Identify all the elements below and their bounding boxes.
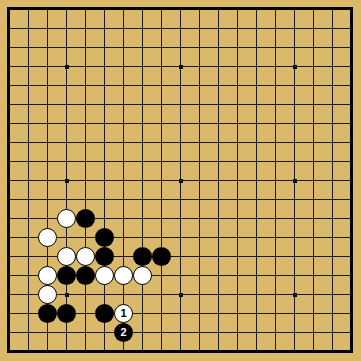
board-cell[interactable] — [171, 247, 190, 266]
board-cell[interactable] — [152, 266, 171, 285]
board-cell[interactable] — [285, 323, 304, 342]
board-cell[interactable] — [342, 323, 361, 342]
board-cell[interactable] — [0, 323, 19, 342]
board-cell[interactable] — [342, 152, 361, 171]
board-cell[interactable] — [304, 304, 323, 323]
board-cell[interactable] — [247, 95, 266, 114]
board-cell[interactable] — [323, 190, 342, 209]
board-cell[interactable] — [38, 304, 57, 323]
board-cell[interactable] — [0, 76, 19, 95]
board-cell[interactable] — [342, 304, 361, 323]
board-cell[interactable] — [228, 114, 247, 133]
board-cell[interactable] — [171, 38, 190, 57]
board-cell[interactable] — [114, 342, 133, 361]
board-cell[interactable] — [285, 342, 304, 361]
board-cell[interactable] — [323, 38, 342, 57]
board-cell[interactable] — [266, 342, 285, 361]
board-cell[interactable] — [247, 114, 266, 133]
board-cell[interactable] — [285, 152, 304, 171]
board-cell[interactable] — [190, 114, 209, 133]
board-cell[interactable] — [95, 323, 114, 342]
board-cell[interactable] — [190, 152, 209, 171]
board-cell[interactable] — [228, 304, 247, 323]
board-cell[interactable] — [76, 323, 95, 342]
board-cell[interactable] — [76, 304, 95, 323]
board-cell[interactable] — [209, 342, 228, 361]
board-cell[interactable] — [209, 57, 228, 76]
board-cell[interactable] — [209, 171, 228, 190]
board-cell[interactable] — [76, 247, 95, 266]
board-cell[interactable] — [0, 57, 19, 76]
board-cell[interactable] — [133, 152, 152, 171]
board-cell[interactable] — [209, 304, 228, 323]
board-cell[interactable] — [133, 285, 152, 304]
board-cell[interactable] — [57, 133, 76, 152]
board-cell[interactable] — [209, 19, 228, 38]
board-cell[interactable] — [323, 114, 342, 133]
board-cell[interactable] — [171, 114, 190, 133]
board-cell[interactable] — [76, 0, 95, 19]
board-cell[interactable] — [342, 209, 361, 228]
board-cell[interactable] — [0, 304, 19, 323]
board-cell[interactable] — [247, 152, 266, 171]
board-cell[interactable] — [133, 0, 152, 19]
board-cell[interactable] — [133, 247, 152, 266]
board-cell[interactable] — [38, 114, 57, 133]
board-cell[interactable] — [342, 190, 361, 209]
board-cell[interactable] — [0, 19, 19, 38]
board-cell[interactable] — [114, 76, 133, 95]
board-cell[interactable] — [95, 266, 114, 285]
board-cell[interactable] — [152, 152, 171, 171]
board-cell[interactable] — [342, 266, 361, 285]
board-cell[interactable] — [152, 342, 171, 361]
board-cell[interactable] — [190, 342, 209, 361]
board-cell[interactable] — [95, 209, 114, 228]
board-cell[interactable] — [190, 266, 209, 285]
board-cell[interactable] — [95, 57, 114, 76]
board-cell[interactable] — [304, 19, 323, 38]
board-cell[interactable] — [95, 285, 114, 304]
board-cell[interactable] — [76, 57, 95, 76]
board-cell[interactable] — [57, 323, 76, 342]
board-cell[interactable] — [323, 266, 342, 285]
board-cell[interactable] — [133, 114, 152, 133]
board-cell[interactable] — [19, 342, 38, 361]
board-cell[interactable] — [19, 266, 38, 285]
board-cell[interactable] — [133, 19, 152, 38]
board-cell[interactable] — [114, 228, 133, 247]
board-cell[interactable] — [228, 19, 247, 38]
board-cell[interactable] — [57, 95, 76, 114]
board-cell[interactable] — [171, 209, 190, 228]
board-cell[interactable] — [114, 266, 133, 285]
board-cell[interactable] — [304, 190, 323, 209]
board-cell[interactable] — [304, 133, 323, 152]
board-cell[interactable] — [285, 285, 304, 304]
board-cell[interactable] — [19, 152, 38, 171]
board-cell[interactable] — [114, 19, 133, 38]
board-cell[interactable] — [95, 114, 114, 133]
board-cell[interactable] — [304, 285, 323, 304]
board-cell[interactable] — [0, 38, 19, 57]
board-cell[interactable] — [57, 76, 76, 95]
board-cell[interactable] — [152, 114, 171, 133]
board-cell[interactable] — [171, 285, 190, 304]
board-cell[interactable] — [19, 114, 38, 133]
board-cell[interactable] — [285, 76, 304, 95]
board-cell[interactable] — [342, 0, 361, 19]
board-cell[interactable] — [19, 95, 38, 114]
board-cell[interactable] — [209, 247, 228, 266]
board-cell[interactable] — [228, 152, 247, 171]
board-cell[interactable] — [323, 228, 342, 247]
board-cell[interactable] — [190, 285, 209, 304]
board-cell[interactable] — [247, 19, 266, 38]
board-cell[interactable] — [76, 114, 95, 133]
board-cell[interactable] — [152, 57, 171, 76]
board-cell[interactable] — [304, 209, 323, 228]
board-cell[interactable] — [266, 266, 285, 285]
board-cell[interactable] — [114, 0, 133, 19]
board-cell[interactable] — [304, 114, 323, 133]
board-cell[interactable] — [57, 342, 76, 361]
board-cell[interactable] — [190, 76, 209, 95]
board-cell[interactable] — [152, 323, 171, 342]
board-cell[interactable] — [342, 228, 361, 247]
board-cell[interactable] — [95, 342, 114, 361]
board-cell[interactable] — [342, 114, 361, 133]
board-cell[interactable] — [19, 0, 38, 19]
board-cell[interactable] — [95, 190, 114, 209]
board-cell[interactable] — [114, 209, 133, 228]
board-cell[interactable] — [304, 228, 323, 247]
board-cell[interactable] — [57, 190, 76, 209]
board-cell[interactable] — [285, 266, 304, 285]
board-cell[interactable] — [323, 57, 342, 76]
board-cell[interactable] — [114, 95, 133, 114]
board-cell[interactable] — [171, 152, 190, 171]
board-cell[interactable] — [38, 190, 57, 209]
board-cell[interactable] — [0, 95, 19, 114]
board-cell[interactable] — [228, 266, 247, 285]
board-cell[interactable] — [247, 133, 266, 152]
board-cell[interactable] — [19, 57, 38, 76]
board-cell[interactable] — [247, 209, 266, 228]
board-cell[interactable] — [133, 228, 152, 247]
board-cell[interactable] — [152, 285, 171, 304]
board-cell[interactable] — [285, 171, 304, 190]
board-cell[interactable] — [133, 95, 152, 114]
board-cell[interactable] — [38, 0, 57, 19]
board-cell[interactable] — [152, 171, 171, 190]
board-cell[interactable] — [114, 171, 133, 190]
board-cell[interactable] — [19, 209, 38, 228]
board-cell[interactable] — [38, 152, 57, 171]
board-cell[interactable] — [133, 266, 152, 285]
board-cell[interactable] — [76, 228, 95, 247]
board-cell[interactable] — [38, 228, 57, 247]
board-cell[interactable] — [228, 38, 247, 57]
board-cell[interactable] — [133, 209, 152, 228]
board-cell[interactable] — [171, 190, 190, 209]
board-cell[interactable] — [38, 57, 57, 76]
board-cell[interactable] — [76, 152, 95, 171]
board-cell[interactable] — [19, 190, 38, 209]
board-cell[interactable] — [190, 171, 209, 190]
board-cell[interactable] — [342, 171, 361, 190]
board-cell[interactable] — [19, 228, 38, 247]
board-cell[interactable] — [190, 228, 209, 247]
board-cell[interactable] — [76, 76, 95, 95]
board-cell[interactable] — [76, 209, 95, 228]
board-cell[interactable] — [76, 133, 95, 152]
board-cell[interactable] — [209, 95, 228, 114]
board-cell[interactable] — [133, 171, 152, 190]
board-cell[interactable] — [247, 228, 266, 247]
board-cell[interactable] — [247, 266, 266, 285]
board-cell[interactable] — [342, 38, 361, 57]
board-cell[interactable] — [19, 285, 38, 304]
board-cell[interactable] — [323, 285, 342, 304]
board-cell[interactable] — [76, 95, 95, 114]
board-cell[interactable] — [171, 133, 190, 152]
board-cell[interactable] — [190, 323, 209, 342]
board-cell[interactable] — [57, 304, 76, 323]
board-cell[interactable] — [38, 247, 57, 266]
board-cell[interactable] — [152, 19, 171, 38]
board-cell[interactable] — [152, 95, 171, 114]
board-cell[interactable] — [57, 228, 76, 247]
board-cell[interactable] — [190, 304, 209, 323]
board-cell[interactable] — [285, 133, 304, 152]
board-cell[interactable] — [266, 0, 285, 19]
board-cell[interactable] — [38, 171, 57, 190]
board-cell[interactable] — [38, 285, 57, 304]
board-cell[interactable] — [19, 304, 38, 323]
board-cell[interactable] — [266, 57, 285, 76]
board-cell[interactable] — [285, 247, 304, 266]
board-cell[interactable] — [285, 38, 304, 57]
board-cell[interactable] — [0, 114, 19, 133]
board-cell[interactable] — [114, 114, 133, 133]
board-cell[interactable] — [228, 228, 247, 247]
board-cell[interactable] — [285, 190, 304, 209]
board-cell[interactable] — [0, 266, 19, 285]
board-cell[interactable] — [342, 57, 361, 76]
board-cell[interactable] — [228, 0, 247, 19]
board-cell[interactable] — [190, 209, 209, 228]
board-cell[interactable] — [95, 19, 114, 38]
board-cell[interactable] — [76, 38, 95, 57]
board-cell[interactable] — [38, 95, 57, 114]
board-cell[interactable] — [57, 285, 76, 304]
board-cell[interactable] — [152, 76, 171, 95]
board-cell[interactable] — [19, 323, 38, 342]
board-cell[interactable]: 1 — [114, 304, 133, 323]
board-cell[interactable] — [133, 76, 152, 95]
board-cell[interactable] — [266, 133, 285, 152]
board-cell[interactable] — [19, 38, 38, 57]
board-cell[interactable] — [114, 285, 133, 304]
board-cell[interactable] — [323, 76, 342, 95]
board-cell[interactable] — [57, 38, 76, 57]
board-cell[interactable] — [228, 190, 247, 209]
board-cell[interactable] — [95, 0, 114, 19]
board-cell[interactable] — [342, 76, 361, 95]
board-cell[interactable] — [266, 228, 285, 247]
board-cell[interactable] — [57, 0, 76, 19]
board-cell[interactable] — [171, 266, 190, 285]
board-cell[interactable] — [228, 57, 247, 76]
board-cell[interactable] — [0, 285, 19, 304]
board-cell[interactable] — [38, 342, 57, 361]
board-cell[interactable] — [247, 57, 266, 76]
board-cell[interactable] — [133, 57, 152, 76]
board-cell[interactable] — [76, 190, 95, 209]
board-cell[interactable] — [304, 38, 323, 57]
board-cell[interactable] — [57, 152, 76, 171]
board-cell[interactable] — [38, 38, 57, 57]
board-cell[interactable] — [0, 152, 19, 171]
board-cell[interactable] — [342, 247, 361, 266]
board-cell[interactable] — [266, 152, 285, 171]
board-cell[interactable] — [171, 0, 190, 19]
board-cell[interactable] — [247, 171, 266, 190]
board-cell[interactable] — [114, 152, 133, 171]
board-cell[interactable] — [285, 209, 304, 228]
board-cell[interactable] — [342, 19, 361, 38]
board-cell[interactable] — [247, 342, 266, 361]
board-cell[interactable] — [342, 133, 361, 152]
board-cell[interactable] — [95, 247, 114, 266]
board-cell[interactable] — [95, 304, 114, 323]
board-cell[interactable] — [76, 285, 95, 304]
board-cell[interactable] — [285, 0, 304, 19]
board-cell[interactable] — [323, 133, 342, 152]
board-cell[interactable] — [57, 247, 76, 266]
board-cell[interactable] — [95, 95, 114, 114]
board-cell[interactable] — [95, 76, 114, 95]
board-cell[interactable] — [38, 266, 57, 285]
board-cell[interactable] — [95, 38, 114, 57]
board-cell[interactable] — [114, 247, 133, 266]
board-cell[interactable] — [95, 228, 114, 247]
board-cell[interactable] — [0, 209, 19, 228]
board-cell[interactable] — [190, 133, 209, 152]
board-cell[interactable] — [247, 0, 266, 19]
board-cell[interactable] — [285, 228, 304, 247]
board-cell[interactable] — [304, 95, 323, 114]
board-cell[interactable] — [38, 133, 57, 152]
board-cell[interactable] — [171, 19, 190, 38]
board-cell[interactable] — [171, 228, 190, 247]
board-cell[interactable] — [171, 76, 190, 95]
board-cell[interactable] — [152, 133, 171, 152]
board-cell[interactable] — [95, 171, 114, 190]
board-cell[interactable] — [228, 76, 247, 95]
board-cell[interactable] — [323, 247, 342, 266]
board-cell[interactable] — [266, 190, 285, 209]
board-cell[interactable] — [0, 133, 19, 152]
board-cell[interactable] — [266, 76, 285, 95]
board-cell[interactable] — [323, 209, 342, 228]
board-cell[interactable] — [0, 190, 19, 209]
board-cell[interactable] — [323, 304, 342, 323]
board-cell[interactable]: 2 — [114, 323, 133, 342]
board-cell[interactable] — [152, 304, 171, 323]
board-cell[interactable] — [76, 266, 95, 285]
board-cell[interactable] — [38, 19, 57, 38]
board-cell[interactable] — [190, 247, 209, 266]
board-cell[interactable] — [266, 171, 285, 190]
board-cell[interactable] — [38, 209, 57, 228]
board-cell[interactable] — [247, 38, 266, 57]
board-cell[interactable] — [228, 95, 247, 114]
board-cell[interactable] — [152, 209, 171, 228]
board-cell[interactable] — [19, 19, 38, 38]
board-cell[interactable] — [266, 247, 285, 266]
board-cell[interactable] — [285, 304, 304, 323]
board-cell[interactable] — [19, 247, 38, 266]
board-cell[interactable] — [342, 342, 361, 361]
board-cell[interactable] — [0, 0, 19, 19]
board-cell[interactable] — [247, 285, 266, 304]
board-cell[interactable] — [323, 152, 342, 171]
board-cell[interactable] — [190, 38, 209, 57]
board-cell[interactable] — [171, 342, 190, 361]
board-cell[interactable] — [190, 95, 209, 114]
board-cell[interactable] — [228, 247, 247, 266]
board-cell[interactable] — [190, 190, 209, 209]
board-cell[interactable] — [209, 190, 228, 209]
board-cell[interactable] — [304, 152, 323, 171]
board-cell[interactable] — [57, 209, 76, 228]
board-cell[interactable] — [323, 19, 342, 38]
board-cell[interactable] — [266, 114, 285, 133]
board-cell[interactable] — [304, 342, 323, 361]
board-cell[interactable] — [266, 285, 285, 304]
board-cell[interactable] — [209, 266, 228, 285]
board-cell[interactable] — [0, 228, 19, 247]
board-cell[interactable] — [133, 38, 152, 57]
board-cell[interactable] — [95, 133, 114, 152]
board-cell[interactable] — [228, 209, 247, 228]
board-cell[interactable] — [285, 95, 304, 114]
board-cell[interactable] — [209, 209, 228, 228]
board-cell[interactable] — [152, 38, 171, 57]
board-cell[interactable] — [57, 171, 76, 190]
board-cell[interactable] — [266, 304, 285, 323]
board-cell[interactable] — [76, 171, 95, 190]
board-cell[interactable] — [304, 171, 323, 190]
board-cell[interactable] — [76, 342, 95, 361]
board-cell[interactable] — [0, 171, 19, 190]
board-cell[interactable] — [209, 228, 228, 247]
board-cell[interactable] — [152, 190, 171, 209]
board-cell[interactable] — [209, 76, 228, 95]
board-cell[interactable] — [247, 76, 266, 95]
board-cell[interactable] — [19, 133, 38, 152]
board-cell[interactable] — [171, 57, 190, 76]
board-cell[interactable] — [209, 0, 228, 19]
board-cell[interactable] — [323, 0, 342, 19]
board-cell[interactable] — [114, 38, 133, 57]
board-cell[interactable] — [76, 19, 95, 38]
board-cell[interactable] — [133, 133, 152, 152]
board-cell[interactable] — [285, 57, 304, 76]
board-cell[interactable] — [285, 114, 304, 133]
